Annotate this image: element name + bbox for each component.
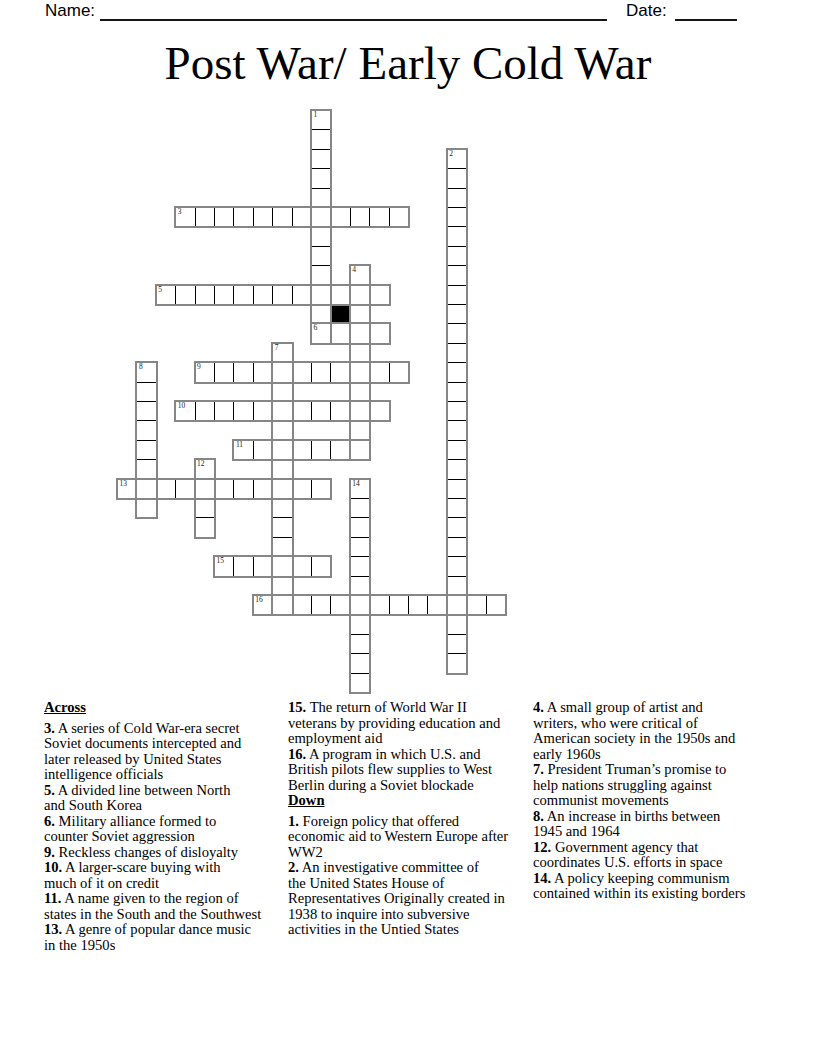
- cell-r20c11[interactable]: [311, 479, 331, 499]
- cell-r26c18[interactable]: [447, 595, 467, 615]
- cell-r16c12[interactable]: [330, 401, 350, 421]
- cell-r6c8[interactable]: [253, 207, 273, 227]
- cell-r18c13[interactable]: [350, 440, 370, 460]
- worksheet-title: Post War/ Early Cold War: [0, 36, 816, 90]
- clue-13: 13. A genre of popular dance music in th…: [44, 922, 290, 953]
- cell-r25c13[interactable]: [350, 576, 370, 596]
- clue-text: A policy keeping communism contained wit…: [533, 870, 745, 902]
- cell-r18c9[interactable]: [272, 440, 292, 460]
- clue-12: 12. Government agency that coordinates U…: [533, 840, 791, 871]
- clue-number: 1.: [288, 813, 299, 829]
- cell-r2c11[interactable]: [311, 129, 331, 149]
- cell-r6c7[interactable]: [233, 207, 253, 227]
- cell-r26c9[interactable]: [272, 595, 292, 615]
- clue-number: 5.: [44, 782, 55, 798]
- cell-r20c10[interactable]: [292, 479, 312, 499]
- clue-number: 6.: [44, 813, 55, 829]
- cell-number-14: 14: [352, 479, 360, 488]
- cell-r4c11[interactable]: [311, 168, 331, 188]
- cell-r12c14[interactable]: [369, 323, 389, 343]
- clue-7: 7. President Truman’s promise to help na…: [533, 762, 791, 809]
- cell-r20c18[interactable]: [447, 479, 467, 499]
- cell-r6c6[interactable]: [214, 207, 234, 227]
- cell-r7c18[interactable]: [447, 226, 467, 246]
- cell-r16c18[interactable]: [447, 401, 467, 421]
- cell-r18c11[interactable]: [311, 440, 331, 460]
- cell-r20c9[interactable]: [272, 479, 292, 499]
- cell-number-9: 9: [197, 362, 201, 371]
- cell-r22c5[interactable]: [195, 517, 215, 537]
- clue-column-3: 4. A small group of artist and writers, …: [533, 700, 791, 902]
- cell-r7c11[interactable]: [311, 226, 331, 246]
- cell-r16c11[interactable]: [311, 401, 331, 421]
- cell-number-16: 16: [255, 595, 263, 604]
- cell-r28c18[interactable]: [447, 634, 467, 654]
- cell-r6c15[interactable]: [389, 207, 409, 227]
- clue-16: 16. A program in which U.S. and British …: [288, 747, 532, 794]
- clue-text: A series of Cold War-era secret Soviet d…: [44, 720, 241, 783]
- cell-r14c12[interactable]: [330, 362, 350, 382]
- cell-r22c13[interactable]: [350, 517, 370, 537]
- cell-r26c12[interactable]: [330, 595, 350, 615]
- cell-number-11: 11: [236, 440, 243, 449]
- cell-r16c6[interactable]: [214, 401, 234, 421]
- cell-r16c7[interactable]: [233, 401, 253, 421]
- cell-r10c4[interactable]: [175, 285, 195, 305]
- clue-9: 9. Reckless changes of disloyalty: [44, 845, 290, 861]
- down-heading: Down: [288, 793, 532, 809]
- cell-r9c13[interactable]: 4: [350, 265, 370, 285]
- cell-r1c11[interactable]: 1: [311, 110, 331, 130]
- cell-r30c13[interactable]: [350, 673, 370, 693]
- clue-text: A small group of artist and writers, who…: [533, 699, 735, 762]
- cell-r24c6[interactable]: 15: [214, 556, 234, 576]
- clue-number: 13.: [44, 921, 62, 937]
- clue-3: 3. A series of Cold War-era secret Sovie…: [44, 721, 290, 783]
- cell-r14c10[interactable]: [292, 362, 312, 382]
- cell-r18c7[interactable]: 11: [233, 440, 253, 460]
- clue-text: A genre of popular dance music in the 19…: [44, 921, 251, 953]
- across-heading: Across: [44, 700, 290, 716]
- cell-r6c4[interactable]: 3: [175, 207, 195, 227]
- cell-number-4: 4: [352, 265, 356, 274]
- clue-text: The return of World War II veterans by p…: [288, 699, 500, 746]
- clue-text: An increase in births between 1945 and 1…: [533, 808, 720, 840]
- clue-number: 2.: [288, 859, 299, 875]
- cell-number-13: 13: [120, 479, 128, 488]
- cell-number-6: 6: [314, 323, 318, 332]
- cell-r14c9[interactable]: [272, 362, 292, 382]
- cell-r6c18[interactable]: [447, 207, 467, 227]
- cell-r11c13[interactable]: [350, 304, 370, 324]
- cell-r24c13[interactable]: [350, 556, 370, 576]
- cell-r13c18[interactable]: [447, 343, 467, 363]
- clue-number: 7.: [533, 761, 544, 777]
- cell-r3c11[interactable]: [311, 149, 331, 169]
- cell-r15c13[interactable]: [350, 382, 370, 402]
- clue-number: 10.: [44, 859, 62, 875]
- cell-r26c13[interactable]: [350, 595, 370, 615]
- cell-r5c18[interactable]: [447, 188, 467, 208]
- cell-r16c8[interactable]: [253, 401, 273, 421]
- cell-r10c8[interactable]: [253, 285, 273, 305]
- cell-r6c10[interactable]: [292, 207, 312, 227]
- cell-r24c18[interactable]: [447, 556, 467, 576]
- cell-r14c14[interactable]: [369, 362, 389, 382]
- cell-r16c10[interactable]: [292, 401, 312, 421]
- clue-text: Military alliance formed to counter Sovi…: [44, 813, 216, 845]
- clue-10: 10. A larger-scare buying with much of i…: [44, 860, 290, 891]
- cell-r19c5[interactable]: 12: [195, 459, 215, 479]
- clue-text: An investigative committee of the United…: [288, 859, 505, 937]
- cell-number-1: 1: [314, 110, 318, 119]
- cell-r4c18[interactable]: [447, 168, 467, 188]
- cell-r23c9[interactable]: [272, 537, 292, 557]
- cell-r12c18[interactable]: [447, 323, 467, 343]
- cell-r17c13[interactable]: [350, 420, 370, 440]
- cell-r21c18[interactable]: [447, 498, 467, 518]
- black-cell-r11c12: [330, 304, 350, 324]
- cell-r24c7[interactable]: [233, 556, 253, 576]
- cell-r23c13[interactable]: [350, 537, 370, 557]
- cell-r10c18[interactable]: [447, 285, 467, 305]
- clue-text: A larger-scare buying with much of it on…: [44, 859, 221, 891]
- cell-r15c18[interactable]: [447, 382, 467, 402]
- cell-r9c11[interactable]: [311, 265, 331, 285]
- clue-text: A name given to the region of states in …: [44, 890, 261, 922]
- cell-r27c18[interactable]: [447, 614, 467, 634]
- cell-r13c9[interactable]: 7: [272, 343, 292, 363]
- cell-r18c18[interactable]: [447, 440, 467, 460]
- cell-r20c8[interactable]: [253, 479, 273, 499]
- clue-number: 9.: [44, 844, 55, 860]
- cell-r24c8[interactable]: [253, 556, 273, 576]
- cell-r8c18[interactable]: [447, 246, 467, 266]
- cell-number-12: 12: [197, 459, 205, 468]
- cell-r10c7[interactable]: [233, 285, 253, 305]
- cell-r10c13[interactable]: [350, 285, 370, 305]
- cell-r10c9[interactable]: [272, 285, 292, 305]
- cell-r20c3[interactable]: [156, 479, 176, 499]
- cell-r26c17[interactable]: [427, 595, 447, 615]
- cell-r20c7[interactable]: [233, 479, 253, 499]
- clue-text: Government agency that coordinates U.S. …: [533, 839, 722, 871]
- cell-r29c18[interactable]: [447, 653, 467, 673]
- cell-r26c15[interactable]: [389, 595, 409, 615]
- clue-4: 4. A small group of artist and writers, …: [533, 700, 791, 762]
- cell-r16c14[interactable]: [369, 401, 389, 421]
- cell-r24c10[interactable]: [292, 556, 312, 576]
- cell-r25c18[interactable]: [447, 576, 467, 596]
- clue-14: 14. A policy keeping communism contained…: [533, 871, 791, 902]
- clue-number: 3.: [44, 720, 55, 736]
- worksheet-page: Name: Date: Post War/ Early Cold War 162…: [0, 0, 816, 1056]
- cell-r23c18[interactable]: [447, 537, 467, 557]
- cell-r17c18[interactable]: [447, 420, 467, 440]
- cell-r24c11[interactable]: [311, 556, 331, 576]
- cell-r14c13[interactable]: [350, 362, 370, 382]
- cell-r11c11[interactable]: [311, 304, 331, 324]
- cell-r6c12[interactable]: [330, 207, 350, 227]
- date-input-line[interactable]: [675, 19, 737, 21]
- cell-r25c9[interactable]: [272, 576, 292, 596]
- cell-r6c9[interactable]: [272, 207, 292, 227]
- cell-r20c6[interactable]: [214, 479, 234, 499]
- cell-r26c16[interactable]: [408, 595, 428, 615]
- clue-text: A divided line between North and South K…: [44, 782, 230, 814]
- cell-r13c13[interactable]: [350, 343, 370, 363]
- cell-r20c2[interactable]: [136, 479, 156, 499]
- cell-r10c5[interactable]: [195, 285, 215, 305]
- cell-r16c13[interactable]: [350, 401, 370, 421]
- cell-r18c8[interactable]: [253, 440, 273, 460]
- name-input-line[interactable]: [100, 19, 607, 21]
- clue-number: 12.: [533, 839, 551, 855]
- name-label: Name:: [45, 1, 95, 21]
- cell-r14c15[interactable]: [389, 362, 409, 382]
- clue-number: 11.: [44, 890, 61, 906]
- cell-r26c14[interactable]: [369, 595, 389, 615]
- cell-r26c19[interactable]: [466, 595, 486, 615]
- cell-r26c20[interactable]: [486, 595, 506, 615]
- cell-r8c11[interactable]: [311, 246, 331, 266]
- cell-r16c5[interactable]: [195, 401, 215, 421]
- cell-r9c18[interactable]: [447, 265, 467, 285]
- clue-text: Foreign policy that offered economic aid…: [288, 813, 508, 860]
- cell-r12c11[interactable]: 6: [311, 323, 331, 343]
- cell-r14c6[interactable]: [214, 362, 234, 382]
- cell-number-7: 7: [275, 343, 279, 352]
- cell-r18c10[interactable]: [292, 440, 312, 460]
- cell-r20c1[interactable]: 13: [117, 479, 137, 499]
- cell-r27c13[interactable]: [350, 614, 370, 634]
- cell-number-5: 5: [158, 285, 162, 294]
- cell-r20c4[interactable]: [175, 479, 195, 499]
- cell-number-15: 15: [217, 556, 225, 565]
- cell-r6c11[interactable]: [311, 207, 331, 227]
- clue-1: 1. Foreign policy that offered economic …: [288, 814, 532, 861]
- cell-number-2: 2: [449, 149, 453, 158]
- cell-r16c4[interactable]: 10: [175, 401, 195, 421]
- cell-r5c11[interactable]: [311, 188, 331, 208]
- clue-number: 4.: [533, 699, 544, 715]
- clue-number: 8.: [533, 808, 544, 824]
- cell-r21c2[interactable]: [136, 498, 156, 518]
- cell-r28c13[interactable]: [350, 634, 370, 654]
- cell-r21c13[interactable]: [350, 498, 370, 518]
- cell-number-8: 8: [139, 362, 143, 371]
- clue-text: Reckless changes of disloyalty: [55, 844, 238, 860]
- cell-r20c13[interactable]: 14: [350, 479, 370, 499]
- cell-r19c2[interactable]: [136, 459, 156, 479]
- cell-r14c2[interactable]: 8: [136, 362, 156, 382]
- cell-r10c11[interactable]: [311, 285, 331, 305]
- cell-r14c8[interactable]: [253, 362, 273, 382]
- cell-r22c9[interactable]: [272, 517, 292, 537]
- clue-2: 2. An investigative committee of the Uni…: [288, 860, 532, 938]
- cell-r11c18[interactable]: [447, 304, 467, 324]
- clue-5: 5. A divided line between North and Sout…: [44, 783, 290, 814]
- cell-r22c18[interactable]: [447, 517, 467, 537]
- cell-r17c9[interactable]: [272, 420, 292, 440]
- cell-r29c13[interactable]: [350, 653, 370, 673]
- cell-r20c5[interactable]: [195, 479, 215, 499]
- cell-r16c9[interactable]: [272, 401, 292, 421]
- cell-r26c10[interactable]: [292, 595, 312, 615]
- cell-r6c13[interactable]: [350, 207, 370, 227]
- cell-r6c14[interactable]: [369, 207, 389, 227]
- cell-r15c9[interactable]: [272, 382, 292, 402]
- cell-r6c5[interactable]: [195, 207, 215, 227]
- cell-r19c9[interactable]: [272, 459, 292, 479]
- cell-number-10: 10: [178, 401, 186, 410]
- cell-r10c12[interactable]: [330, 285, 350, 305]
- clue-number: 14.: [533, 870, 551, 886]
- cell-r21c9[interactable]: [272, 498, 292, 518]
- cell-r18c12[interactable]: [330, 440, 350, 460]
- cell-r3c18[interactable]: 2: [447, 149, 467, 169]
- cell-r10c6[interactable]: [214, 285, 234, 305]
- crossword-grid: 16234578910111213141516: [117, 110, 506, 693]
- cell-r21c5[interactable]: [195, 498, 215, 518]
- clue-text: A program in which U.S. and British pilo…: [288, 746, 492, 793]
- cell-r10c10[interactable]: [292, 285, 312, 305]
- cell-r14c18[interactable]: [447, 362, 467, 382]
- clue-column-1: Across3. A series of Cold War-era secret…: [44, 700, 290, 953]
- clue-number: 15.: [288, 699, 306, 715]
- date-label: Date:: [626, 1, 667, 21]
- cell-r17c2[interactable]: [136, 420, 156, 440]
- clue-15: 15. The return of World War II veterans …: [288, 700, 532, 747]
- cell-r12c13[interactable]: [350, 323, 370, 343]
- cell-r10c14[interactable]: [369, 285, 389, 305]
- cell-r14c5[interactable]: 9: [195, 362, 215, 382]
- clue-6: 6. Military alliance formed to counter S…: [44, 814, 290, 845]
- cell-r18c2[interactable]: [136, 440, 156, 460]
- clue-text: President Truman’s promise to help natio…: [533, 761, 726, 808]
- cell-r26c11[interactable]: [311, 595, 331, 615]
- cell-r14c11[interactable]: [311, 362, 331, 382]
- cell-r16c2[interactable]: [136, 401, 156, 421]
- cell-r10c3[interactable]: 5: [156, 285, 176, 305]
- cell-r14c7[interactable]: [233, 362, 253, 382]
- cell-r19c18[interactable]: [447, 459, 467, 479]
- clue-8: 8. An increase in births between 1945 an…: [533, 809, 791, 840]
- cell-r24c9[interactable]: [272, 556, 292, 576]
- cell-r15c2[interactable]: [136, 382, 156, 402]
- clue-column-2: 15. The return of World War II veterans …: [288, 700, 532, 938]
- cell-number-3: 3: [178, 207, 182, 216]
- clue-number: 16.: [288, 746, 306, 762]
- cell-r12c12[interactable]: [330, 323, 350, 343]
- cell-r26c8[interactable]: 16: [253, 595, 273, 615]
- clue-11: 11. A name given to the region of states…: [44, 891, 290, 922]
